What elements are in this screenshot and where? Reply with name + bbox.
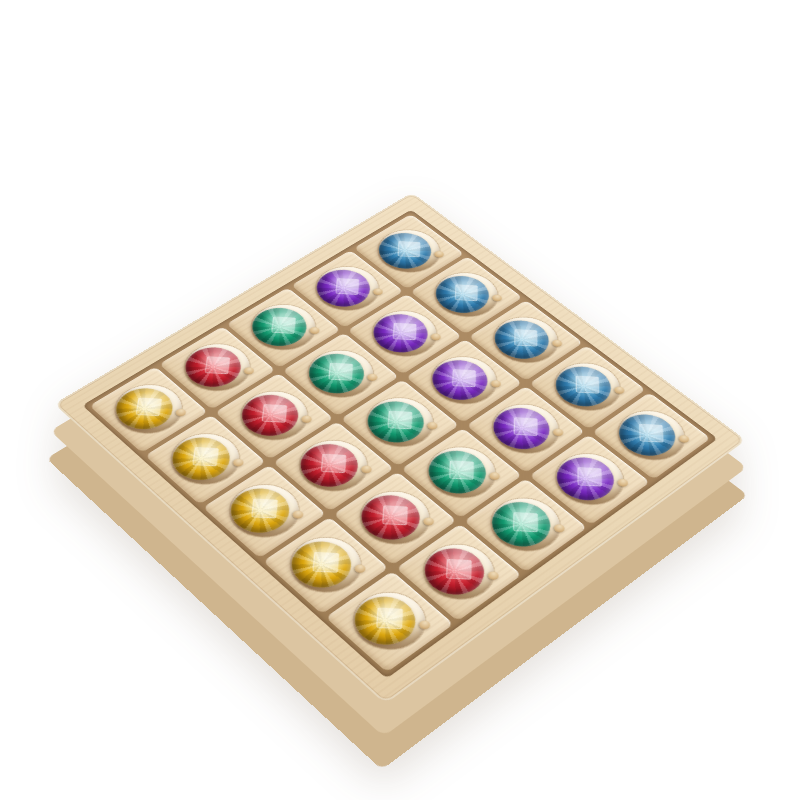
gem-green[interactable] xyxy=(417,442,498,502)
wooden-bead xyxy=(421,516,436,527)
gem-yellow[interactable] xyxy=(219,480,301,542)
gem-green[interactable] xyxy=(480,493,562,556)
wooden-bead xyxy=(490,293,503,302)
gem-yellow[interactable] xyxy=(279,532,363,597)
wooden-bead xyxy=(677,434,691,444)
wooden-bead xyxy=(616,477,630,488)
gem-purple[interactable] xyxy=(545,449,626,509)
wooden-bead xyxy=(308,326,322,336)
wooden-bead xyxy=(550,338,564,348)
gem-red[interactable] xyxy=(174,340,252,396)
gem-purple[interactable] xyxy=(306,262,381,314)
product-photo-background xyxy=(0,0,800,800)
wooden-bead xyxy=(429,332,443,342)
gem-blue[interactable] xyxy=(425,269,500,321)
gem-purple[interactable] xyxy=(362,307,438,361)
gem-green[interactable] xyxy=(356,393,435,451)
wooden-bead xyxy=(231,457,245,468)
wooden-bead xyxy=(489,379,503,389)
wooden-bead xyxy=(417,619,432,631)
gem-blue[interactable] xyxy=(368,226,442,276)
gem-purple[interactable] xyxy=(482,400,561,458)
gem-yellow[interactable] xyxy=(105,380,184,438)
wooden-bead xyxy=(242,366,256,376)
gem-red[interactable] xyxy=(231,387,310,445)
wooden-bead xyxy=(300,414,314,424)
gem-green[interactable] xyxy=(298,346,376,402)
gem-blue[interactable] xyxy=(484,313,560,367)
gem-red[interactable] xyxy=(289,436,370,496)
wooden-bead xyxy=(487,471,501,482)
wooden-bead xyxy=(551,427,565,437)
gem-yellow[interactable] xyxy=(342,587,427,655)
wooden-bead xyxy=(371,287,384,296)
wooden-bead xyxy=(174,407,188,417)
gem-red[interactable] xyxy=(413,539,497,604)
board-perspective-wrapper xyxy=(0,0,800,800)
wooden-bead xyxy=(425,421,439,431)
gem-red[interactable] xyxy=(350,486,432,548)
wooden-bead xyxy=(612,385,626,395)
wooden-bead xyxy=(552,523,567,534)
gem-blue[interactable] xyxy=(608,406,687,464)
gem-board xyxy=(89,214,710,672)
wooden-tray xyxy=(54,193,746,705)
gem-green[interactable] xyxy=(241,300,317,354)
wooden-bead xyxy=(353,563,368,575)
wooden-bead xyxy=(486,570,501,582)
wooden-bead xyxy=(291,509,306,520)
wooden-bead xyxy=(433,250,446,259)
gem-purple[interactable] xyxy=(421,352,499,408)
tray-well xyxy=(82,210,718,679)
gem-yellow[interactable] xyxy=(161,429,242,489)
wooden-bead xyxy=(359,464,373,475)
wooden-bead xyxy=(365,372,379,382)
gem-blue[interactable] xyxy=(544,359,622,415)
